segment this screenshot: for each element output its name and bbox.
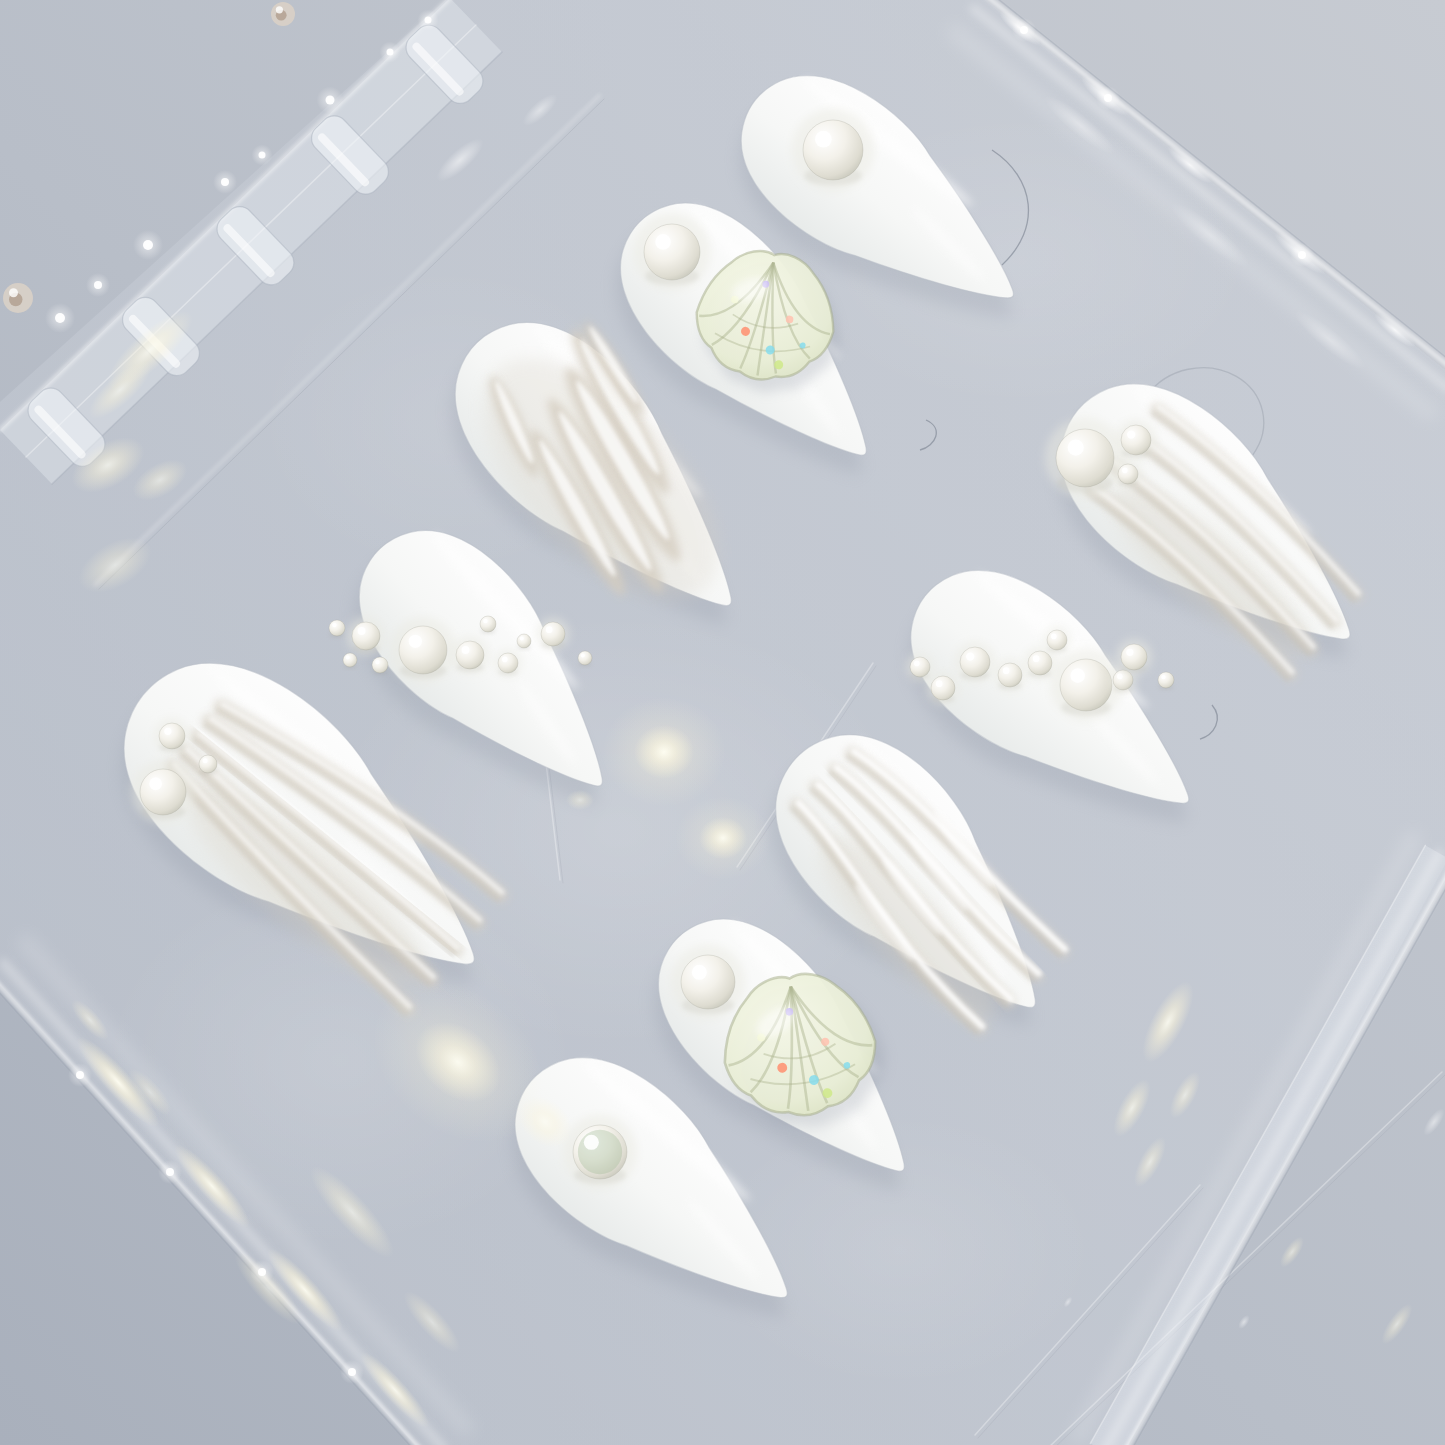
pearl-bead: [1056, 429, 1114, 487]
pearl-highlight: [409, 635, 422, 648]
pearl-highlight: [332, 623, 336, 627]
chain-pearl: [954, 641, 995, 682]
pearl-highlight: [936, 680, 943, 687]
pearl-bead: [1028, 651, 1052, 675]
pearl-accent: [1045, 418, 1125, 498]
glare-glow: [602, 697, 726, 807]
pearl-highlight: [1068, 439, 1084, 455]
sparkle-dot: [1298, 251, 1306, 259]
pearl-highlight: [1126, 649, 1133, 656]
bead-highlight: [9, 288, 18, 297]
pearl-accent: [1115, 419, 1156, 460]
chain-pearl: [480, 616, 496, 633]
sparkle-dot: [1104, 94, 1112, 102]
sparkle-dot: [76, 1071, 84, 1079]
pearl-highlight: [203, 758, 208, 763]
pearl-highlight: [584, 1135, 599, 1150]
chain-pearl: [578, 651, 592, 666]
pearl-highlight: [1161, 675, 1165, 679]
pearl-highlight: [1117, 674, 1123, 680]
pearl-bead: [998, 663, 1022, 687]
sparkle-dot: [55, 313, 65, 323]
chain-pearl: [1116, 639, 1152, 675]
sparkle-dot: [1020, 26, 1028, 34]
chain-pearl: [347, 617, 386, 656]
nail-case-scene: [0, 0, 1445, 1445]
pearl-highlight: [581, 654, 585, 658]
bead-highlight: [276, 6, 283, 13]
pearl-highlight: [483, 619, 487, 623]
pearl-bead: [517, 634, 531, 648]
pearl-highlight: [1003, 667, 1010, 674]
pearl-highlight: [520, 637, 524, 641]
pearl-bead: [910, 657, 930, 677]
sparkle-dot: [258, 1268, 266, 1276]
pearl-accent: [154, 718, 190, 754]
pearl-highlight: [358, 627, 366, 635]
pearl-bead: [541, 622, 565, 646]
glare-glow: [566, 790, 594, 810]
pearl-accent: [563, 1115, 638, 1190]
sparkle-dot: [425, 17, 432, 24]
sparkle-dot: [326, 96, 335, 105]
pearl-bead: [1047, 630, 1067, 650]
pearl-bead: [1060, 659, 1112, 711]
hinge-bead: [3, 283, 33, 313]
sparkle-dot: [143, 240, 153, 250]
pearl-accent: [1114, 460, 1142, 488]
pearl-bead: [1118, 464, 1138, 484]
pearl-highlight: [164, 728, 171, 735]
hinge-bead: [271, 2, 295, 26]
pearl-bead: [803, 120, 863, 180]
chain-pearl: [517, 634, 531, 649]
pearl-bead: [456, 641, 484, 669]
pearl-highlight: [546, 626, 553, 633]
glare-streak: [675, 796, 771, 880]
glare-streak: [602, 697, 726, 807]
pearl-bead: [343, 653, 357, 667]
pearl-highlight: [1033, 655, 1040, 662]
pearl-bead: [159, 723, 185, 749]
press-on-nail-photo: Overhead photo of ten glossy milky-white…: [0, 0, 1445, 1445]
pearl-accent: [633, 213, 710, 290]
sparkle-dot: [259, 152, 266, 159]
chain-pearl: [372, 657, 388, 674]
sparkle-dot: [387, 49, 394, 56]
pearl-bead: [931, 676, 955, 700]
pearl-accent: [792, 109, 875, 192]
pearl-bead: [644, 224, 700, 280]
pearl-highlight: [346, 656, 350, 660]
pearl-highlight: [914, 661, 920, 667]
pearl-bead: [960, 647, 990, 677]
pearl-highlight: [1122, 468, 1128, 474]
pearl-bead: [352, 622, 380, 650]
chain-pearl: [329, 620, 345, 637]
pearl-bead: [372, 657, 388, 673]
pearl-bead: [399, 626, 447, 674]
pearl-bead: [140, 769, 186, 815]
chain-pearl: [1158, 672, 1174, 689]
pearl-highlight: [1127, 430, 1135, 438]
sparkle-dot: [348, 1368, 356, 1376]
pearl-highlight: [149, 777, 162, 790]
pearl-bead: [578, 651, 592, 665]
sparkle-dot: [94, 281, 102, 289]
pearl-accent: [199, 755, 217, 775]
pearl-highlight: [502, 657, 508, 663]
pearl-accent: [131, 760, 194, 823]
pearl-bead: [199, 755, 217, 773]
chain-pearl: [1043, 626, 1071, 654]
pearl-green-tint: [578, 1130, 622, 1174]
pearl-bead: [498, 653, 518, 673]
pearl-bead: [480, 616, 496, 632]
pearl-bead: [681, 955, 735, 1009]
pearl-highlight: [462, 646, 470, 654]
pearl-highlight: [1070, 668, 1085, 683]
sparkle-dot: [166, 1168, 174, 1176]
pearl-bead: [1121, 644, 1147, 670]
chain-pearl: [926, 671, 959, 704]
chain-pearl: [494, 649, 522, 677]
pearl-highlight: [692, 965, 707, 980]
sparkle-dot: [221, 178, 229, 186]
pearl-highlight: [1051, 634, 1057, 640]
chain-pearl: [536, 617, 569, 650]
pearl-bead: [1158, 672, 1174, 688]
glare-streak: [566, 790, 594, 810]
pearl-highlight: [375, 660, 379, 664]
chain-pearl: [343, 653, 357, 668]
pearl-highlight: [815, 131, 832, 148]
chain-pearl: [390, 617, 456, 683]
pearl-bead: [1121, 425, 1151, 455]
chain-pearl: [993, 658, 1026, 691]
pearl-accent: [671, 945, 746, 1020]
pearl-bead: [329, 620, 345, 636]
glare-glow: [675, 796, 771, 880]
pearl-highlight: [966, 652, 974, 660]
pearl-highlight: [655, 234, 671, 250]
chain-pearl: [906, 653, 934, 681]
chain-pearl: [451, 636, 490, 675]
